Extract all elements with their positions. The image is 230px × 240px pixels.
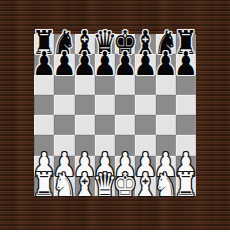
square-c5[interactable] <box>75 95 95 115</box>
square-h5[interactable] <box>176 95 196 115</box>
square-f5[interactable] <box>135 95 155 115</box>
square-e1[interactable]: ♚ <box>115 176 135 196</box>
square-d4[interactable] <box>95 115 115 135</box>
square-f1[interactable]: ♝ <box>135 176 155 196</box>
square-g4[interactable] <box>156 115 176 135</box>
square-c4[interactable] <box>75 115 95 135</box>
square-a1[interactable]: ♜ <box>34 176 54 196</box>
piece-black-pawn[interactable]: ♟ <box>174 48 198 80</box>
square-d5[interactable] <box>95 95 115 115</box>
square-e5[interactable] <box>115 95 135 115</box>
square-h4[interactable] <box>176 115 196 135</box>
square-b4[interactable] <box>54 115 74 135</box>
square-h7[interactable]: ♟ <box>176 54 196 74</box>
square-f7[interactable]: ♟ <box>135 54 155 74</box>
square-f4[interactable] <box>135 115 155 135</box>
square-d1[interactable]: ♛ <box>95 176 115 196</box>
square-c1[interactable]: ♝ <box>75 176 95 196</box>
piece-white-rook[interactable]: ♜ <box>174 169 198 201</box>
square-b7[interactable]: ♟ <box>54 54 74 74</box>
square-a5[interactable] <box>34 95 54 115</box>
square-b1[interactable]: ♞ <box>54 176 74 196</box>
square-a4[interactable] <box>34 115 54 135</box>
square-d7[interactable]: ♟ <box>95 54 115 74</box>
square-g7[interactable]: ♟ <box>156 54 176 74</box>
square-e4[interactable] <box>115 115 135 135</box>
square-g1[interactable]: ♞ <box>156 176 176 196</box>
square-e7[interactable]: ♟ <box>115 54 135 74</box>
square-g5[interactable] <box>156 95 176 115</box>
square-h1[interactable]: ♜ <box>176 176 196 196</box>
square-b5[interactable] <box>54 95 74 115</box>
square-a7[interactable]: ♟ <box>34 54 54 74</box>
chess-board: ♜♞♝♛♚♝♞♜♟♟♟♟♟♟♟♟♟♟♟♟♟♟♟♟♜♞♝♛♚♝♞♜ <box>34 34 196 196</box>
square-c7[interactable]: ♟ <box>75 54 95 74</box>
